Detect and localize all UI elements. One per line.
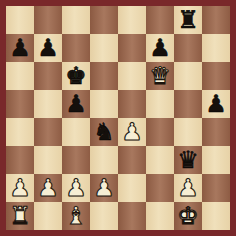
square-e3[interactable] xyxy=(118,146,146,174)
piece-white-king-g1[interactable]: ♚ xyxy=(177,202,199,230)
piece-white-pawn-c2[interactable]: ♟ xyxy=(65,174,87,202)
piece-black-knight-d4[interactable]: ♞ xyxy=(93,118,115,146)
square-h6[interactable] xyxy=(202,62,230,90)
square-f5[interactable] xyxy=(146,90,174,118)
square-e5[interactable] xyxy=(118,90,146,118)
square-f3[interactable] xyxy=(146,146,174,174)
square-b5[interactable] xyxy=(34,90,62,118)
piece-white-pawn-e4[interactable]: ♟ xyxy=(121,118,143,146)
piece-black-pawn-a7[interactable]: ♟ xyxy=(9,34,31,62)
square-b6[interactable] xyxy=(34,62,62,90)
square-b7[interactable]: ♟ xyxy=(34,34,62,62)
square-a6[interactable] xyxy=(6,62,34,90)
piece-black-pawn-c5[interactable]: ♟ xyxy=(65,90,87,118)
square-c6[interactable]: ♚ xyxy=(62,62,90,90)
piece-black-pawn-b7[interactable]: ♟ xyxy=(37,34,59,62)
square-a8[interactable] xyxy=(6,6,34,34)
square-c5[interactable]: ♟ xyxy=(62,90,90,118)
square-f1[interactable] xyxy=(146,202,174,230)
square-g8[interactable]: ♜ xyxy=(174,6,202,34)
square-d3[interactable] xyxy=(90,146,118,174)
piece-white-pawn-a2[interactable]: ♟ xyxy=(9,174,31,202)
square-e7[interactable] xyxy=(118,34,146,62)
piece-black-king-c6[interactable]: ♚ xyxy=(65,62,87,90)
square-f6[interactable]: ♛ xyxy=(146,62,174,90)
square-h1[interactable] xyxy=(202,202,230,230)
square-h4[interactable] xyxy=(202,118,230,146)
square-f8[interactable] xyxy=(146,6,174,34)
square-a4[interactable] xyxy=(6,118,34,146)
square-b4[interactable] xyxy=(34,118,62,146)
piece-white-rook-a1[interactable]: ♜ xyxy=(9,202,31,230)
square-g3[interactable]: ♛ xyxy=(174,146,202,174)
square-d1[interactable] xyxy=(90,202,118,230)
piece-black-rook-g8[interactable]: ♜ xyxy=(177,6,199,34)
square-b3[interactable] xyxy=(34,146,62,174)
square-g7[interactable] xyxy=(174,34,202,62)
square-h3[interactable] xyxy=(202,146,230,174)
square-c7[interactable] xyxy=(62,34,90,62)
piece-white-bishop-c1[interactable]: ♝ xyxy=(65,202,87,230)
square-b1[interactable] xyxy=(34,202,62,230)
square-b8[interactable] xyxy=(34,6,62,34)
square-g4[interactable] xyxy=(174,118,202,146)
square-d6[interactable] xyxy=(90,62,118,90)
square-f7[interactable]: ♟ xyxy=(146,34,174,62)
piece-white-pawn-g2[interactable]: ♟ xyxy=(177,174,199,202)
piece-black-pawn-f7[interactable]: ♟ xyxy=(149,34,171,62)
piece-white-pawn-b2[interactable]: ♟ xyxy=(37,174,59,202)
square-c3[interactable] xyxy=(62,146,90,174)
square-h8[interactable] xyxy=(202,6,230,34)
square-d2[interactable]: ♟ xyxy=(90,174,118,202)
piece-black-pawn-h5[interactable]: ♟ xyxy=(205,90,227,118)
square-g1[interactable]: ♚ xyxy=(174,202,202,230)
square-e6[interactable] xyxy=(118,62,146,90)
piece-black-queen-g3[interactable]: ♛ xyxy=(177,146,199,174)
square-a2[interactable]: ♟ xyxy=(6,174,34,202)
square-h5[interactable]: ♟ xyxy=(202,90,230,118)
square-c4[interactable] xyxy=(62,118,90,146)
square-d8[interactable] xyxy=(90,6,118,34)
piece-white-queen-f6[interactable]: ♛ xyxy=(149,62,171,90)
square-b2[interactable]: ♟ xyxy=(34,174,62,202)
square-a3[interactable] xyxy=(6,146,34,174)
square-d7[interactable] xyxy=(90,34,118,62)
board-frame: ♜♟♟♟♚♛♟♟♞♟♛♟♟♟♟♟♜♝♚ xyxy=(0,0,236,236)
square-f2[interactable] xyxy=(146,174,174,202)
square-g2[interactable]: ♟ xyxy=(174,174,202,202)
square-c8[interactable] xyxy=(62,6,90,34)
square-g5[interactable] xyxy=(174,90,202,118)
square-f4[interactable] xyxy=(146,118,174,146)
piece-white-pawn-d2[interactable]: ♟ xyxy=(93,174,115,202)
square-e1[interactable] xyxy=(118,202,146,230)
square-d4[interactable]: ♞ xyxy=(90,118,118,146)
square-a1[interactable]: ♜ xyxy=(6,202,34,230)
square-h2[interactable] xyxy=(202,174,230,202)
chess-board: ♜♟♟♟♚♛♟♟♞♟♛♟♟♟♟♟♜♝♚ xyxy=(6,6,230,230)
square-a7[interactable]: ♟ xyxy=(6,34,34,62)
square-g6[interactable] xyxy=(174,62,202,90)
square-e4[interactable]: ♟ xyxy=(118,118,146,146)
square-c2[interactable]: ♟ xyxy=(62,174,90,202)
square-h7[interactable] xyxy=(202,34,230,62)
square-a5[interactable] xyxy=(6,90,34,118)
square-e8[interactable] xyxy=(118,6,146,34)
square-d5[interactable] xyxy=(90,90,118,118)
square-e2[interactable] xyxy=(118,174,146,202)
square-c1[interactable]: ♝ xyxy=(62,202,90,230)
